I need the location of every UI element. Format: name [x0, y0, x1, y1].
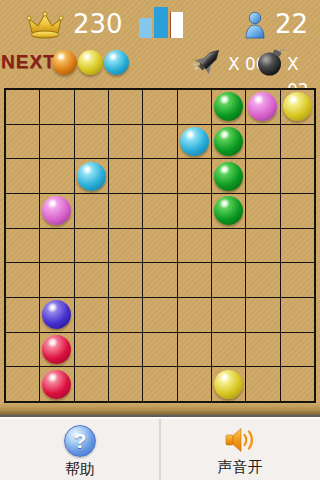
bomb-icon[interactable] [256, 47, 286, 77]
board-bevel [0, 403, 320, 415]
ball-yellow [214, 370, 243, 399]
board-cell[interactable] [143, 194, 176, 228]
board-cell[interactable] [246, 229, 279, 263]
ball-green [214, 162, 243, 191]
board-cell[interactable] [75, 229, 108, 263]
sound-button-label: 声音开 [218, 458, 263, 476]
board-cell[interactable] [178, 159, 211, 193]
board-cell[interactable] [143, 90, 176, 124]
board-cell[interactable] [178, 90, 211, 124]
ball-yellow [78, 50, 103, 75]
board-cell[interactable] [281, 125, 314, 159]
speaker-icon [224, 425, 256, 455]
board-cell[interactable] [143, 367, 176, 401]
board-cell[interactable] [109, 367, 142, 401]
board-cell[interactable] [178, 298, 211, 332]
board-cell[interactable] [143, 159, 176, 193]
board-cell[interactable] [212, 263, 245, 297]
board-cell[interactable] [40, 333, 73, 367]
board-cell[interactable] [6, 229, 39, 263]
board-cell[interactable] [6, 159, 39, 193]
board-cell[interactable] [212, 194, 245, 228]
ball-green [214, 92, 243, 121]
board-cell[interactable] [281, 194, 314, 228]
board-cell[interactable] [281, 90, 314, 124]
board-cell[interactable] [281, 263, 314, 297]
board-cell[interactable] [143, 298, 176, 332]
board-cell[interactable] [246, 90, 279, 124]
board-cell[interactable] [75, 90, 108, 124]
board-cell[interactable] [246, 125, 279, 159]
next-balls [52, 50, 129, 75]
ball-red [42, 335, 71, 364]
board-cell[interactable] [281, 159, 314, 193]
board-cell[interactable] [109, 194, 142, 228]
board-cell[interactable] [246, 263, 279, 297]
board-cell[interactable] [212, 159, 245, 193]
board-cell[interactable] [40, 125, 73, 159]
board-cell[interactable] [40, 263, 73, 297]
ball-cyan [77, 162, 106, 191]
board-cell[interactable] [109, 229, 142, 263]
board-cell[interactable] [75, 125, 108, 159]
game-screen: 230 22 NEXT: [0, 0, 320, 480]
ball-cyan [180, 127, 209, 156]
board-cell[interactable] [75, 333, 108, 367]
bar-chart-icon [139, 7, 186, 38]
panel-divider [159, 419, 161, 480]
ball-blue [42, 300, 71, 329]
board-cell[interactable] [143, 125, 176, 159]
board-cell[interactable] [40, 229, 73, 263]
board-cell[interactable] [40, 159, 73, 193]
board-cell[interactable] [75, 194, 108, 228]
board-cell[interactable] [281, 298, 314, 332]
rocket-icon[interactable] [192, 46, 225, 77]
ball-magenta [248, 92, 277, 121]
board-cell[interactable] [246, 159, 279, 193]
ball-magenta [42, 196, 71, 225]
board-cell[interactable] [178, 263, 211, 297]
board-cell[interactable] [6, 298, 39, 332]
board-cell[interactable] [281, 367, 314, 401]
board-cell[interactable] [40, 194, 73, 228]
board-cell[interactable] [212, 229, 245, 263]
board-cell[interactable] [75, 159, 108, 193]
ball-cyan [104, 50, 129, 75]
board-cell[interactable] [246, 367, 279, 401]
board-cell[interactable] [6, 263, 39, 297]
crown-icon [26, 11, 64, 41]
board-cell[interactable] [109, 333, 142, 367]
players-value: 22 [275, 9, 308, 39]
board-cell[interactable] [6, 194, 39, 228]
board-cell[interactable] [75, 298, 108, 332]
score-value: 230 [73, 9, 123, 39]
board-cell[interactable] [109, 90, 142, 124]
board-cell[interactable] [178, 367, 211, 401]
board-cell[interactable] [178, 194, 211, 228]
board-cell[interactable] [246, 298, 279, 332]
board-cell[interactable] [143, 229, 176, 263]
board-cell[interactable] [40, 367, 73, 401]
board-cell[interactable] [246, 194, 279, 228]
board-cell[interactable] [178, 333, 211, 367]
board-cell[interactable] [6, 333, 39, 367]
board-cell[interactable] [109, 263, 142, 297]
board-cell[interactable] [75, 367, 108, 401]
board-cell[interactable] [143, 263, 176, 297]
board-cell[interactable] [143, 333, 176, 367]
board-cell[interactable] [40, 298, 73, 332]
board[interactable] [4, 88, 316, 403]
board-cell[interactable] [6, 125, 39, 159]
board-cell[interactable] [246, 333, 279, 367]
ball-orange [52, 50, 77, 75]
board-cell[interactable] [75, 263, 108, 297]
board-cell[interactable] [178, 229, 211, 263]
board-cell[interactable] [40, 90, 73, 124]
board-cell[interactable] [6, 90, 39, 124]
help-button[interactable]: ? 帮助 [0, 417, 160, 480]
board-cell[interactable] [212, 367, 245, 401]
board-cell[interactable] [6, 367, 39, 401]
board-cell[interactable] [109, 125, 142, 159]
player-icon [243, 11, 267, 40]
board-cell[interactable] [109, 159, 142, 193]
ball-red [42, 370, 71, 399]
board-cell[interactable] [109, 298, 142, 332]
board-cell[interactable] [178, 125, 211, 159]
board-cell[interactable] [212, 125, 245, 159]
sound-button[interactable]: 声音开 [160, 417, 320, 480]
board-cell[interactable] [212, 90, 245, 124]
help-button-label: 帮助 [65, 460, 95, 478]
ball-green [214, 127, 243, 156]
ball-yellow [283, 92, 312, 121]
board-cell[interactable] [212, 333, 245, 367]
question-mark-icon: ? [64, 425, 96, 457]
ball-green [214, 196, 243, 225]
board-cell[interactable] [212, 298, 245, 332]
board-cell[interactable] [281, 333, 314, 367]
board-cell[interactable] [281, 229, 314, 263]
